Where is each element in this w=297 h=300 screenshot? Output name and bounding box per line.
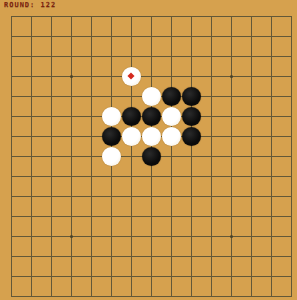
grid-line-horizontal bbox=[11, 256, 292, 257]
star-point bbox=[230, 235, 233, 238]
grid-line-horizontal bbox=[11, 176, 292, 177]
game-screen: ROUND: 122 bbox=[0, 0, 297, 300]
star-point bbox=[70, 75, 73, 78]
black-stone bbox=[122, 107, 141, 126]
black-stone bbox=[182, 107, 201, 126]
grid-line-vertical bbox=[211, 16, 212, 297]
grid-line-horizontal bbox=[11, 216, 292, 217]
star-point bbox=[70, 235, 73, 238]
white-stone bbox=[162, 107, 181, 126]
grid-line-vertical bbox=[271, 16, 272, 297]
black-stone bbox=[182, 127, 201, 146]
grid-line-horizontal bbox=[11, 196, 292, 197]
grid-line-horizontal bbox=[11, 236, 292, 237]
white-stone bbox=[102, 147, 121, 166]
grid-line-vertical bbox=[191, 16, 192, 297]
black-stone bbox=[142, 107, 161, 126]
white-stone bbox=[122, 127, 141, 146]
grid-line-horizontal bbox=[11, 276, 292, 277]
gomoku-board[interactable] bbox=[0, 0, 297, 300]
grid-line-vertical bbox=[231, 16, 232, 297]
grid-line-vertical bbox=[291, 16, 292, 297]
grid-line-vertical bbox=[251, 16, 252, 297]
white-stone bbox=[142, 127, 161, 146]
status-text: ROUND: 122 bbox=[4, 1, 56, 10]
grid-line-vertical bbox=[171, 16, 172, 297]
black-stone bbox=[142, 147, 161, 166]
white-stone bbox=[162, 127, 181, 146]
black-stone bbox=[102, 127, 121, 146]
grid-line-horizontal bbox=[11, 296, 292, 297]
black-stone bbox=[162, 87, 181, 106]
white-stone bbox=[102, 107, 121, 126]
white-stone bbox=[142, 87, 161, 106]
black-stone bbox=[182, 87, 201, 106]
star-point bbox=[230, 75, 233, 78]
